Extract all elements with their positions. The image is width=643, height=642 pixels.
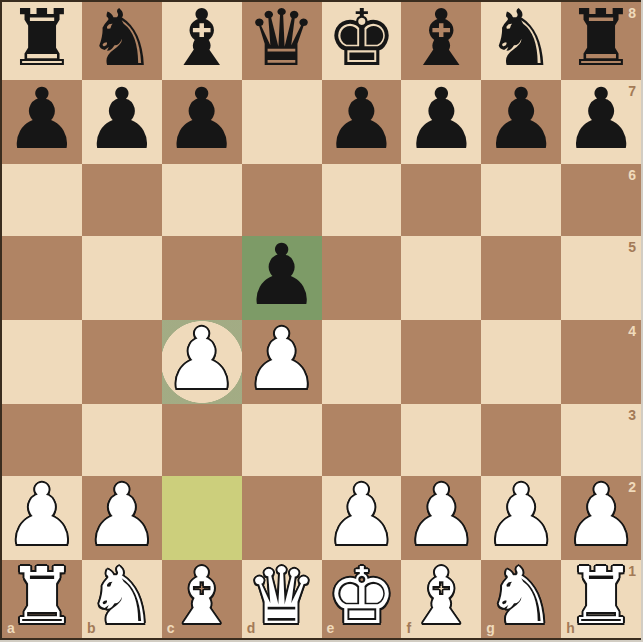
square-c3[interactable] (162, 404, 242, 476)
square-c4[interactable]: ♟ (162, 320, 242, 404)
square-d7[interactable] (242, 80, 322, 164)
square-f7[interactable]: ♟ (401, 80, 481, 164)
square-f2[interactable]: ♟ (401, 476, 481, 560)
square-a4[interactable] (2, 320, 82, 404)
chess-board: ♜♞♝♛♚♝♞♜8♟♟♟♟♟♟♟76♟5♟♟43♟♟♟♟♟♟2♜a♞b♝c♛d♚… (0, 0, 641, 640)
rank-label-1: 1 (628, 564, 636, 578)
square-e6[interactable] (322, 164, 402, 236)
black-pawn[interactable]: ♟ (404, 77, 479, 161)
square-e8[interactable]: ♚ (322, 2, 402, 80)
black-bishop[interactable]: ♝ (167, 0, 237, 77)
white-pawn[interactable]: ♟ (484, 473, 559, 557)
black-king[interactable]: ♚ (326, 0, 396, 77)
file-label-g: g (486, 621, 495, 635)
square-a1[interactable]: ♜a (2, 560, 82, 638)
white-pawn[interactable]: ♟ (404, 473, 479, 557)
square-h7[interactable]: ♟7 (561, 80, 641, 164)
square-g5[interactable] (481, 236, 561, 320)
square-g4[interactable] (481, 320, 561, 404)
file-label-f: f (406, 621, 411, 635)
white-pawn[interactable]: ♟ (4, 473, 79, 557)
square-h2[interactable]: ♟2 (561, 476, 641, 560)
square-f4[interactable] (401, 320, 481, 404)
square-b5[interactable] (82, 236, 162, 320)
square-b7[interactable]: ♟ (82, 80, 162, 164)
square-b8[interactable]: ♞ (82, 2, 162, 80)
square-a2[interactable]: ♟ (2, 476, 82, 560)
black-queen[interactable]: ♛ (247, 0, 317, 77)
white-king[interactable]: ♚ (326, 557, 396, 635)
square-e5[interactable] (322, 236, 402, 320)
square-h6[interactable]: 6 (561, 164, 641, 236)
rank-label-6: 6 (628, 168, 636, 182)
file-label-d: d (247, 621, 256, 635)
black-pawn[interactable]: ♟ (244, 233, 319, 317)
black-pawn[interactable]: ♟ (4, 77, 79, 161)
file-label-b: b (87, 621, 96, 635)
white-queen[interactable]: ♛ (247, 557, 317, 635)
square-e4[interactable] (322, 320, 402, 404)
square-e2[interactable]: ♟ (322, 476, 402, 560)
rank-label-5: 5 (628, 240, 636, 254)
rank-label-7: 7 (628, 84, 636, 98)
square-h4[interactable]: 4 (561, 320, 641, 404)
square-d2[interactable] (242, 476, 322, 560)
square-d1[interactable]: ♛d (242, 560, 322, 638)
rank-label-3: 3 (628, 408, 636, 422)
square-f1[interactable]: ♝f (401, 560, 481, 638)
square-d3[interactable] (242, 404, 322, 476)
rank-label-2: 2 (628, 480, 636, 494)
white-bishop[interactable]: ♝ (167, 557, 237, 635)
chess-app-page: ♜♞♝♛♚♝♞♜8♟♟♟♟♟♟♟76♟5♟♟43♟♟♟♟♟♟2♜a♞b♝c♛d♚… (0, 0, 643, 642)
square-b2[interactable]: ♟ (82, 476, 162, 560)
white-knight[interactable]: ♞ (486, 557, 556, 635)
square-c5[interactable] (162, 236, 242, 320)
file-label-a: a (7, 621, 15, 635)
square-g8[interactable]: ♞ (481, 2, 561, 80)
square-d8[interactable]: ♛ (242, 2, 322, 80)
square-a5[interactable] (2, 236, 82, 320)
file-label-c: c (167, 621, 175, 635)
black-rook[interactable]: ♜ (566, 0, 636, 77)
square-c6[interactable] (162, 164, 242, 236)
square-a6[interactable] (2, 164, 82, 236)
white-pawn[interactable]: ♟ (164, 317, 239, 401)
square-h5[interactable]: 5 (561, 236, 641, 320)
white-rook[interactable]: ♜ (7, 557, 77, 635)
file-label-e: e (327, 621, 335, 635)
square-a8[interactable]: ♜ (2, 2, 82, 80)
black-knight[interactable]: ♞ (486, 0, 556, 77)
square-b6[interactable] (82, 164, 162, 236)
white-rook[interactable]: ♜ (566, 557, 636, 635)
white-knight[interactable]: ♞ (87, 557, 157, 635)
square-d5[interactable]: ♟ (242, 236, 322, 320)
square-e7[interactable]: ♟ (322, 80, 402, 164)
square-c7[interactable]: ♟ (162, 80, 242, 164)
black-pawn[interactable]: ♟ (484, 77, 559, 161)
square-h1[interactable]: ♜1h (561, 560, 641, 638)
black-pawn[interactable]: ♟ (324, 77, 399, 161)
rank-label-8: 8 (628, 6, 636, 20)
rank-label-4: 4 (628, 324, 636, 338)
square-g6[interactable] (481, 164, 561, 236)
square-h8[interactable]: ♜8 (561, 2, 641, 80)
square-f5[interactable] (401, 236, 481, 320)
black-bishop[interactable]: ♝ (406, 0, 476, 77)
square-g1[interactable]: ♞g (481, 560, 561, 638)
square-c2[interactable] (162, 476, 242, 560)
file-label-h: h (566, 621, 575, 635)
square-c8[interactable]: ♝ (162, 2, 242, 80)
square-b1[interactable]: ♞b (82, 560, 162, 638)
square-e1[interactable]: ♚e (322, 560, 402, 638)
white-pawn[interactable]: ♟ (324, 473, 399, 557)
square-g7[interactable]: ♟ (481, 80, 561, 164)
black-pawn[interactable]: ♟ (164, 77, 239, 161)
square-f8[interactable]: ♝ (401, 2, 481, 80)
black-knight[interactable]: ♞ (87, 0, 157, 77)
square-f6[interactable] (401, 164, 481, 236)
white-pawn[interactable]: ♟ (84, 473, 159, 557)
square-a7[interactable]: ♟ (2, 80, 82, 164)
square-g2[interactable]: ♟ (481, 476, 561, 560)
black-rook[interactable]: ♜ (7, 0, 77, 77)
square-c1[interactable]: ♝c (162, 560, 242, 638)
black-pawn[interactable]: ♟ (84, 77, 159, 161)
square-d4[interactable]: ♟ (242, 320, 322, 404)
white-pawn[interactable]: ♟ (244, 317, 319, 401)
square-b4[interactable] (82, 320, 162, 404)
white-bishop[interactable]: ♝ (406, 557, 476, 635)
